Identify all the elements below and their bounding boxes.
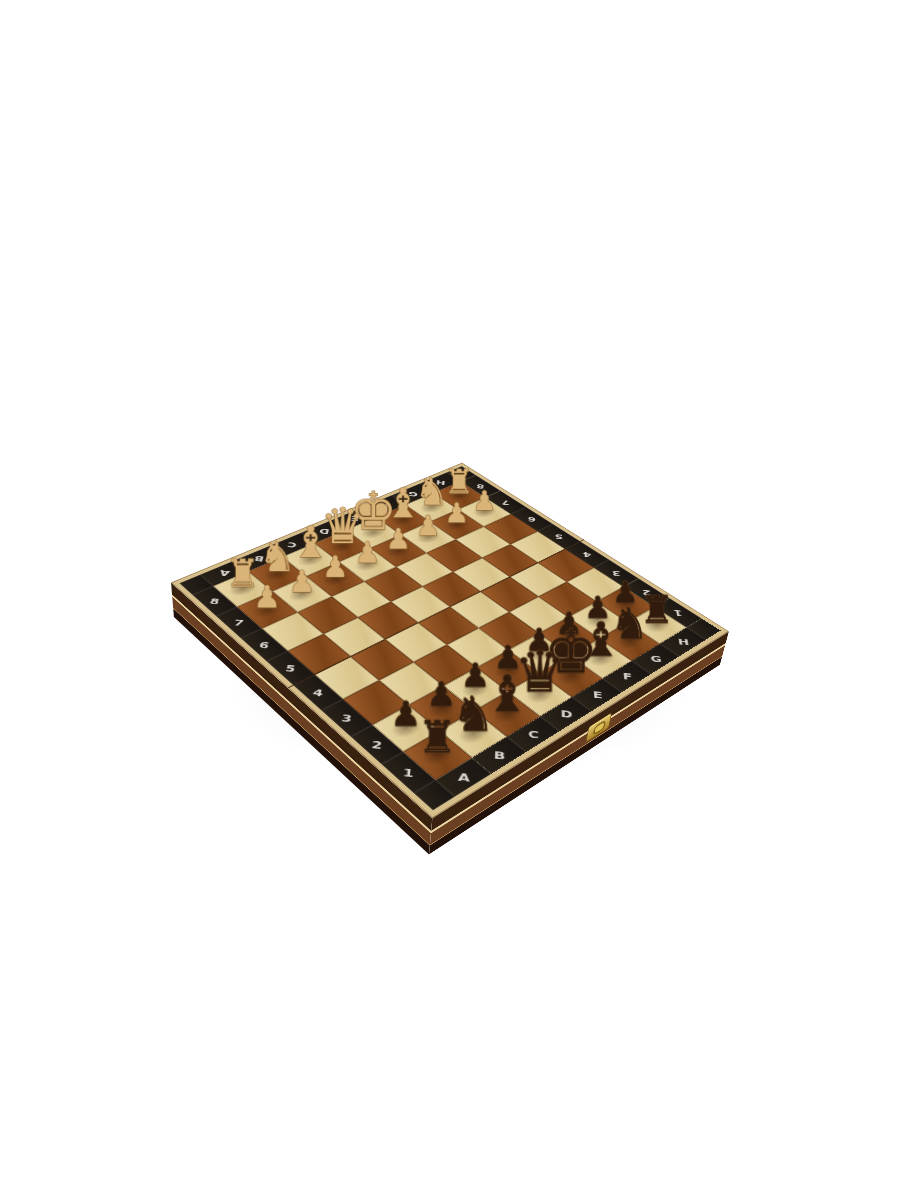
rank-label-text: 1	[402, 765, 414, 779]
rank-label-text: 4	[583, 550, 592, 559]
piece-white-pawn-f7[interactable]: ♟	[416, 512, 441, 540]
rank-label-text: 5	[284, 662, 296, 673]
piece-black-knight-b1[interactable]: ♞	[452, 691, 495, 739]
piece-white-pawn-b7[interactable]: ♟	[289, 567, 316, 597]
board-frame: ABCDEFGH8♜♞♝♛♚♝♞♜87♟♟♟♟♟♟♟♟7665544332♟♟♟…	[171, 463, 729, 819]
rank-label-text: 2	[371, 738, 383, 751]
piece-white-pawn-d7[interactable]: ♟	[355, 538, 381, 567]
square-d5[interactable]	[391, 586, 450, 622]
brass-clasp-hook	[593, 719, 607, 736]
file-label-text: H	[677, 637, 690, 648]
product-photo: ABCDEFGH8♜♞♝♛♚♝♞♜87♟♟♟♟♟♟♟♟7665544332♟♟♟…	[0, 0, 900, 1200]
piece-black-pawn-a2[interactable]: ♟	[391, 697, 422, 731]
rank-label-text: 5	[555, 532, 564, 540]
piece-white-pawn-c7[interactable]: ♟	[322, 552, 348, 581]
file-label-text: G	[649, 653, 661, 664]
piece-white-pawn-g7[interactable]: ♟	[445, 500, 469, 527]
board-grid: ABCDEFGH8♜♞♝♛♚♝♞♜87♟♟♟♟♟♟♟♟7665544332♟♟♟…	[179, 466, 720, 810]
chessboard-scene: ABCDEFGH8♜♞♝♛♚♝♞♜87♟♟♟♟♟♟♟♟7665544332♟♟♟…	[252, 409, 648, 805]
file-label-text: B	[493, 748, 505, 761]
piece-white-pawn-e7[interactable]: ♟	[386, 525, 411, 553]
rank-label-text: 7	[502, 498, 510, 506]
file-label-text: E	[592, 689, 602, 701]
rank-label-text: 7	[233, 617, 245, 628]
piece-white-pawn-a7[interactable]: ♟	[254, 582, 281, 613]
file-label-text: A	[457, 770, 470, 784]
rank-label-text: 8	[209, 596, 221, 606]
file-label-text: F	[622, 671, 632, 682]
brass-clasp	[586, 713, 611, 741]
file-label-text: D	[560, 708, 572, 720]
file-label-text: C	[528, 728, 539, 741]
rank-label-text: 4	[312, 686, 324, 698]
piece-white-rook-h8[interactable]: ♜	[444, 465, 474, 498]
rank-label-text: 6	[258, 639, 270, 650]
rank-label-text: 3	[341, 711, 353, 724]
rank-label-text: 6	[528, 515, 536, 523]
rank-label-text: 1	[673, 608, 683, 618]
folding-chessboard: ABCDEFGH8♜♞♝♛♚♝♞♜87♟♟♟♟♟♟♟♟7665544332♟♟♟…	[171, 463, 729, 819]
piece-black-rook-a1[interactable]: ♜	[418, 715, 458, 759]
piece-white-pawn-h7[interactable]: ♟	[473, 488, 497, 515]
